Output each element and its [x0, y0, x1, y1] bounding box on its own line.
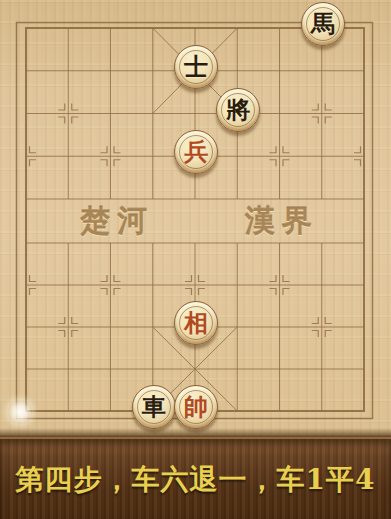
piece-black-chariot[interactable]: 車	[132, 385, 176, 429]
piece-character: 士	[184, 55, 208, 79]
xiangqi-game-screen: 楚河 漢界 馬士將兵相車帥 第四步，车六退一，车1平4	[0, 0, 391, 519]
piece-black-advisor[interactable]: 士	[174, 45, 218, 89]
piece-red-elephant[interactable]: 相	[174, 301, 218, 345]
piece-black-horse[interactable]: 馬	[301, 2, 345, 46]
piece-black-general[interactable]: 將	[216, 88, 260, 132]
board-bottom-shadow	[0, 428, 391, 437]
piece-red-general[interactable]: 帥	[174, 385, 218, 429]
river-label-han-jie: 漢界	[222, 203, 342, 239]
piece-character: 帥	[184, 395, 208, 419]
piece-character: 兵	[184, 140, 208, 164]
river-label-chu-he: 楚河	[57, 203, 177, 239]
move-caption-text: 第四步，车六退一，车1平4	[16, 461, 376, 499]
piece-character: 相	[184, 311, 208, 335]
piece-character: 將	[226, 98, 250, 122]
move-highlight-marker	[8, 400, 32, 424]
piece-character: 車	[142, 395, 166, 419]
piece-character: 馬	[311, 12, 335, 36]
piece-red-soldier[interactable]: 兵	[174, 130, 218, 174]
move-caption-bar: 第四步，车六退一，车1平4	[0, 437, 391, 519]
